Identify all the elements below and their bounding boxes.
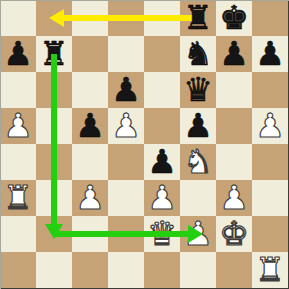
square-e3[interactable]: ♟ [144,180,180,216]
square-g2[interactable]: ♚ [216,216,252,252]
square-b1[interactable] [36,252,72,288]
square-g1[interactable] [216,252,252,288]
square-f2[interactable]: ♟ [180,216,216,252]
square-d4[interactable] [108,144,144,180]
square-a1[interactable] [0,252,36,288]
square-e8[interactable] [144,0,180,36]
square-b2[interactable] [36,216,72,252]
square-g7[interactable]: ♟ [216,36,252,72]
black-knight-f7[interactable]: ♞ [183,36,213,72]
square-c1[interactable] [72,252,108,288]
black-pawn-e4[interactable]: ♟ [147,144,177,180]
square-h2[interactable] [252,216,288,252]
square-h7[interactable]: ♟ [252,36,288,72]
square-e1[interactable] [144,252,180,288]
square-c6[interactable] [72,72,108,108]
black-pawn-h7[interactable]: ♟ [255,36,285,72]
square-c3[interactable]: ♟ [72,180,108,216]
square-a8[interactable] [0,0,36,36]
black-pawn-d6[interactable]: ♟ [111,72,141,108]
square-c2[interactable] [72,216,108,252]
square-a4[interactable] [0,144,36,180]
white-pawn-c3[interactable]: ♟ [75,180,105,216]
square-f8[interactable]: ♜ [180,0,216,36]
black-pawn-g7[interactable]: ♟ [219,36,249,72]
square-a2[interactable] [0,216,36,252]
black-pawn-f5[interactable]: ♟ [183,108,213,144]
white-knight-f4[interactable]: ♞ [183,144,213,180]
square-c4[interactable] [72,144,108,180]
white-queen-e2[interactable]: ♛ [147,216,177,252]
square-b8[interactable] [36,0,72,36]
square-f7[interactable]: ♞ [180,36,216,72]
square-g3[interactable]: ♟ [216,180,252,216]
black-queen-f6[interactable]: ♛ [183,72,213,108]
white-pawn-h5[interactable]: ♟ [255,108,285,144]
square-b3[interactable] [36,180,72,216]
square-d3[interactable] [108,180,144,216]
square-e5[interactable] [144,108,180,144]
square-b7[interactable]: ♜ [36,36,72,72]
white-pawn-a5[interactable]: ♟ [3,108,33,144]
square-b4[interactable] [36,144,72,180]
square-e6[interactable] [144,72,180,108]
square-f4[interactable]: ♞ [180,144,216,180]
square-g8[interactable]: ♚ [216,0,252,36]
square-c7[interactable] [72,36,108,72]
black-king-g8[interactable]: ♚ [219,0,249,36]
square-b5[interactable] [36,108,72,144]
square-h8[interactable] [252,0,288,36]
square-h1[interactable]: ♜ [252,252,288,288]
white-king-g2[interactable]: ♚ [219,216,249,252]
square-e4[interactable]: ♟ [144,144,180,180]
square-d2[interactable] [108,216,144,252]
square-h3[interactable] [252,180,288,216]
square-f3[interactable] [180,180,216,216]
square-d6[interactable]: ♟ [108,72,144,108]
black-pawn-a7[interactable]: ♟ [3,36,33,72]
square-a5[interactable]: ♟ [0,108,36,144]
black-rook-f8[interactable]: ♜ [183,0,213,36]
square-b6[interactable] [36,72,72,108]
white-pawn-d5[interactable]: ♟ [111,108,141,144]
square-f1[interactable] [180,252,216,288]
white-pawn-g3[interactable]: ♟ [219,180,249,216]
black-rook-b7[interactable]: ♜ [39,36,69,72]
square-h5[interactable]: ♟ [252,108,288,144]
square-d5[interactable]: ♟ [108,108,144,144]
square-d8[interactable] [108,0,144,36]
square-a6[interactable] [0,72,36,108]
square-f5[interactable]: ♟ [180,108,216,144]
black-pawn-c5[interactable]: ♟ [75,108,105,144]
square-d1[interactable] [108,252,144,288]
square-g5[interactable] [216,108,252,144]
square-e2[interactable]: ♛ [144,216,180,252]
square-a7[interactable]: ♟ [0,36,36,72]
square-f6[interactable]: ♛ [180,72,216,108]
square-d7[interactable] [108,36,144,72]
white-rook-a3[interactable]: ♜ [3,180,33,216]
square-g6[interactable] [216,72,252,108]
white-pawn-f2[interactable]: ♟ [183,216,213,252]
white-pawn-e3[interactable]: ♟ [147,180,177,216]
white-rook-h1[interactable]: ♜ [255,252,285,288]
chess-board: ♜♚♟♜♞♟♟♟♛♟♟♟♟♟♟♞♜♟♟♟♛♟♚♜ [0,0,288,288]
square-e7[interactable] [144,36,180,72]
square-h6[interactable] [252,72,288,108]
square-c5[interactable]: ♟ [72,108,108,144]
square-h4[interactable] [252,144,288,180]
square-g4[interactable] [216,144,252,180]
square-c8[interactable] [72,0,108,36]
chess-board-screenshot: ♜♚♟♜♞♟♟♟♛♟♟♟♟♟♟♞♜♟♟♟♛♟♚♜ [0,0,289,289]
square-a3[interactable]: ♜ [0,180,36,216]
